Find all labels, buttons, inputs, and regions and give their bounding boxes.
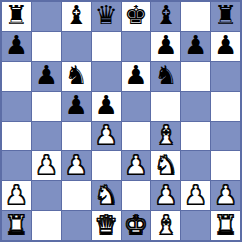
piece-white-knight: ♞ [154, 152, 177, 178]
square-c1[interactable] [62, 211, 91, 240]
piece-white-bishop: ♝ [154, 212, 177, 238]
square-h2[interactable]: ♟ [211, 181, 240, 210]
piece-black-rook: ♜ [5, 2, 28, 28]
piece-white-pawn: ♟ [35, 152, 58, 178]
square-f8[interactable]: ♝ [151, 2, 180, 31]
square-a5[interactable] [2, 92, 31, 121]
square-e7[interactable] [122, 32, 151, 61]
square-d6[interactable] [92, 62, 121, 91]
square-f7[interactable]: ♟ [151, 32, 180, 61]
square-c3[interactable]: ♟ [62, 151, 91, 180]
piece-white-pawn: ♟ [184, 182, 207, 208]
piece-white-queen: ♛ [94, 212, 117, 238]
piece-white-pawn: ♟ [65, 152, 88, 178]
piece-black-pawn: ♟ [65, 92, 88, 118]
square-g4[interactable] [181, 122, 210, 151]
square-g3[interactable] [181, 151, 210, 180]
square-d4[interactable]: ♟ [92, 122, 121, 151]
square-c6[interactable]: ♞ [62, 62, 91, 91]
square-a1[interactable]: ♜ [2, 211, 31, 240]
piece-white-knight: ♞ [94, 182, 117, 208]
piece-white-pawn: ♟ [154, 182, 177, 208]
square-b1[interactable] [32, 211, 61, 240]
square-g6[interactable] [181, 62, 210, 91]
square-e3[interactable]: ♟ [122, 151, 151, 180]
square-g8[interactable] [181, 2, 210, 31]
square-g7[interactable]: ♟ [181, 32, 210, 61]
square-c8[interactable]: ♝ [62, 2, 91, 31]
square-e4[interactable] [122, 122, 151, 151]
square-h1[interactable]: ♜ [211, 211, 240, 240]
square-b5[interactable] [32, 92, 61, 121]
square-c5[interactable]: ♟ [62, 92, 91, 121]
piece-black-pawn: ♟ [5, 32, 28, 58]
square-h3[interactable] [211, 151, 240, 180]
square-f3[interactable]: ♞ [151, 151, 180, 180]
piece-white-pawn: ♟ [124, 152, 147, 178]
chess-board: ♜♝♛♚♝♜♟♟♟♟♟♞♟♞♟♟♟♝♟♟♟♞♟♞♟♟♟♜♛♚♝♜ [0, 0, 242, 242]
piece-white-pawn: ♟ [94, 122, 117, 148]
square-h8[interactable]: ♜ [211, 2, 240, 31]
square-e8[interactable]: ♚ [122, 2, 151, 31]
square-c2[interactable] [62, 181, 91, 210]
piece-black-bishop: ♝ [65, 2, 88, 28]
square-f6[interactable]: ♞ [151, 62, 180, 91]
piece-black-pawn: ♟ [124, 62, 147, 88]
square-d1[interactable]: ♛ [92, 211, 121, 240]
square-h4[interactable] [211, 122, 240, 151]
square-c7[interactable] [62, 32, 91, 61]
square-g5[interactable] [181, 92, 210, 121]
piece-black-rook: ♜ [214, 2, 237, 28]
square-d8[interactable]: ♛ [92, 2, 121, 31]
piece-black-bishop: ♝ [154, 2, 177, 28]
square-e5[interactable] [122, 92, 151, 121]
piece-white-pawn: ♟ [5, 182, 28, 208]
piece-white-bishop: ♝ [154, 122, 177, 148]
piece-black-pawn: ♟ [94, 92, 117, 118]
square-c4[interactable] [62, 122, 91, 151]
square-h5[interactable] [211, 92, 240, 121]
square-e2[interactable] [122, 181, 151, 210]
piece-black-queen: ♛ [94, 2, 117, 28]
square-e1[interactable]: ♚ [122, 211, 151, 240]
square-f2[interactable]: ♟ [151, 181, 180, 210]
square-d7[interactable] [92, 32, 121, 61]
piece-black-knight: ♞ [65, 62, 88, 88]
piece-black-knight: ♞ [154, 62, 177, 88]
piece-white-king: ♚ [124, 212, 147, 238]
piece-white-rook: ♜ [5, 212, 28, 238]
square-h7[interactable]: ♟ [211, 32, 240, 61]
square-e6[interactable]: ♟ [122, 62, 151, 91]
square-a7[interactable]: ♟ [2, 32, 31, 61]
square-a2[interactable]: ♟ [2, 181, 31, 210]
piece-white-rook: ♜ [214, 212, 237, 238]
square-f5[interactable] [151, 92, 180, 121]
square-b8[interactable] [32, 2, 61, 31]
piece-black-pawn: ♟ [184, 32, 207, 58]
piece-black-pawn: ♟ [214, 32, 237, 58]
square-g1[interactable] [181, 211, 210, 240]
square-b7[interactable] [32, 32, 61, 61]
piece-black-pawn: ♟ [154, 32, 177, 58]
square-f1[interactable]: ♝ [151, 211, 180, 240]
square-b6[interactable]: ♟ [32, 62, 61, 91]
square-a3[interactable] [2, 151, 31, 180]
square-a6[interactable] [2, 62, 31, 91]
square-g2[interactable]: ♟ [181, 181, 210, 210]
piece-black-king: ♚ [124, 2, 147, 28]
piece-white-pawn: ♟ [214, 182, 237, 208]
piece-black-pawn: ♟ [35, 62, 58, 88]
square-b2[interactable] [32, 181, 61, 210]
square-h6[interactable] [211, 62, 240, 91]
square-b4[interactable] [32, 122, 61, 151]
square-d5[interactable]: ♟ [92, 92, 121, 121]
square-a8[interactable]: ♜ [2, 2, 31, 31]
square-d3[interactable] [92, 151, 121, 180]
square-f4[interactable]: ♝ [151, 122, 180, 151]
square-b3[interactable]: ♟ [32, 151, 61, 180]
square-d2[interactable]: ♞ [92, 181, 121, 210]
square-a4[interactable] [2, 122, 31, 151]
